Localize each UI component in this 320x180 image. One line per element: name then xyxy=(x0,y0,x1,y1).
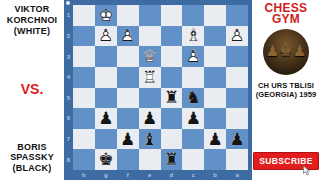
rank-label-8: 8 xyxy=(64,149,73,170)
square-d4[interactable] xyxy=(161,67,183,88)
rank-label-1: 1 xyxy=(64,5,73,26)
rank-label-7: 7 xyxy=(64,129,73,150)
black-pawn-icon: ♟ xyxy=(208,131,223,148)
white-player-name: VIKTOR KORCHNOI (WHITE) xyxy=(2,4,62,36)
square-a1[interactable] xyxy=(226,5,248,26)
rank-label-4: 4 xyxy=(64,67,73,88)
square-d6[interactable] xyxy=(161,108,183,129)
rank-label-5: 5 xyxy=(64,88,73,109)
file-label-a: a xyxy=(226,170,248,180)
square-f7[interactable]: ♟ xyxy=(117,129,139,150)
subscribe-button[interactable]: SUBSCRIBE xyxy=(253,152,319,170)
square-c8[interactable] xyxy=(182,149,204,170)
board-grid: ♚♔♟♙♟♙♝♗♟♙♛♕♟♙♜♖♜♞♟♟♟♟♝♟♟♚♜ xyxy=(73,5,248,170)
square-b7[interactable]: ♟ xyxy=(204,129,226,150)
square-g1[interactable]: ♚♔ xyxy=(95,5,117,26)
square-d5[interactable]: ♜ xyxy=(161,88,183,109)
square-f3[interactable] xyxy=(117,46,139,67)
black-bishop-icon: ♝ xyxy=(142,131,157,148)
square-b8[interactable] xyxy=(204,149,226,170)
square-c7[interactable] xyxy=(182,129,204,150)
square-h8[interactable] xyxy=(73,149,95,170)
white-rook-icon: ♜♖ xyxy=(142,69,157,86)
square-h7[interactable] xyxy=(73,129,95,150)
square-b6[interactable] xyxy=(204,108,226,129)
white-bishop-icon: ♝♗ xyxy=(186,27,201,44)
square-b4[interactable] xyxy=(204,67,226,88)
square-b2[interactable] xyxy=(204,26,226,47)
square-c2[interactable]: ♝♗ xyxy=(182,26,204,47)
channel-name-line2: GYM xyxy=(265,14,308,25)
rank-label-6: 6 xyxy=(64,108,73,129)
square-h5[interactable] xyxy=(73,88,95,109)
square-a5[interactable] xyxy=(226,88,248,109)
square-g5[interactable] xyxy=(95,88,117,109)
black-king-icon: ♚ xyxy=(98,151,113,168)
square-f2[interactable]: ♟♙ xyxy=(117,26,139,47)
square-a4[interactable] xyxy=(226,67,248,88)
black-pawn-icon: ♟ xyxy=(229,131,244,148)
square-d3[interactable] xyxy=(161,46,183,67)
file-label-g: g xyxy=(95,170,117,180)
square-c1[interactable] xyxy=(182,5,204,26)
square-g8[interactable]: ♚ xyxy=(95,149,117,170)
square-g6[interactable]: ♟ xyxy=(95,108,117,129)
right-panel: CHESS GYM ♟♚♟ CH URS TBLISI (GEORGIA) 19… xyxy=(252,0,320,180)
square-e3[interactable]: ♛♕ xyxy=(139,46,161,67)
square-g4[interactable] xyxy=(95,67,117,88)
square-e8[interactable] xyxy=(139,149,161,170)
black-pawn-icon: ♟ xyxy=(98,110,113,127)
square-c3[interactable]: ♟♙ xyxy=(182,46,204,67)
left-panel: VIKTOR KORCHNOI (WHITE) VS. BORIS SPASSK… xyxy=(0,0,64,180)
square-a8[interactable] xyxy=(226,149,248,170)
square-f5[interactable] xyxy=(117,88,139,109)
square-f6[interactable] xyxy=(117,108,139,129)
event-title: CH URS TBLISI (GEORGIA) 1959 xyxy=(253,81,319,100)
black-pawn-icon: ♟ xyxy=(186,110,201,127)
square-e5[interactable] xyxy=(139,88,161,109)
black-rook-icon: ♜ xyxy=(164,89,179,106)
square-c4[interactable] xyxy=(182,67,204,88)
hand-cursor-icon xyxy=(299,165,311,177)
rank-label-2: 2 xyxy=(64,26,73,47)
square-h6[interactable] xyxy=(73,108,95,129)
square-b1[interactable] xyxy=(204,5,226,26)
white-pawn-icon: ♟♙ xyxy=(186,48,201,65)
chess-board: 12345678 ♚♔♟♙♟♙♝♗♟♙♛♕♟♙♜♖♜♞♟♟♟♟♝♟♟♚♜ hgf… xyxy=(64,0,252,180)
square-a7[interactable]: ♟ xyxy=(226,129,248,150)
square-h2[interactable] xyxy=(73,26,95,47)
square-d2[interactable] xyxy=(161,26,183,47)
square-e4[interactable]: ♜♖ xyxy=(139,67,161,88)
file-label-c: c xyxy=(182,170,204,180)
square-d7[interactable] xyxy=(161,129,183,150)
white-pawn-icon: ♟♙ xyxy=(229,27,244,44)
vs-label: VS. xyxy=(21,81,44,97)
black-pawn-icon: ♟ xyxy=(142,110,157,127)
square-f1[interactable] xyxy=(117,5,139,26)
square-h3[interactable] xyxy=(73,46,95,67)
square-e2[interactable] xyxy=(139,26,161,47)
square-g3[interactable] xyxy=(95,46,117,67)
square-h1[interactable] xyxy=(73,5,95,26)
black-pawn-icon: ♟ xyxy=(120,131,135,148)
square-g2[interactable]: ♟♙ xyxy=(95,26,117,47)
file-label-b: b xyxy=(204,170,226,180)
square-e1[interactable] xyxy=(139,5,161,26)
square-d8[interactable]: ♜ xyxy=(161,149,183,170)
frame-dot-icon xyxy=(66,1,70,5)
square-g7[interactable] xyxy=(95,129,117,150)
file-label-f: f xyxy=(117,170,139,180)
square-c6[interactable]: ♟ xyxy=(182,108,204,129)
file-label-e: e xyxy=(139,170,161,180)
black-knight-icon: ♞ xyxy=(186,89,201,106)
black-rook-icon: ♜ xyxy=(164,151,179,168)
square-b3[interactable] xyxy=(204,46,226,67)
thumbnail-layout: VIKTOR KORCHNOI (WHITE) VS. BORIS SPASSK… xyxy=(0,0,320,180)
square-d1[interactable] xyxy=(161,5,183,26)
white-pawn-icon: ♟♙ xyxy=(120,27,135,44)
white-pawn-icon: ♟♙ xyxy=(98,27,113,44)
file-label-h: h xyxy=(73,170,95,180)
square-a3[interactable] xyxy=(226,46,248,67)
square-f8[interactable] xyxy=(117,149,139,170)
logo-chess-pieces-icon: ♟♚♟ xyxy=(266,44,306,59)
channel-name: CHESS GYM xyxy=(265,3,308,26)
black-player-name: BORIS SPASSKY (BLACK) xyxy=(2,142,62,174)
white-queen-icon: ♛♕ xyxy=(142,48,157,65)
file-label-d: d xyxy=(161,170,183,180)
square-a2[interactable]: ♟♙ xyxy=(226,26,248,47)
white-king-icon: ♚♔ xyxy=(98,7,113,24)
chess-gym-logo: ♟♚♟ xyxy=(263,29,309,75)
square-h4[interactable] xyxy=(73,67,95,88)
file-labels: hgfedcba xyxy=(64,170,252,180)
square-f4[interactable] xyxy=(117,67,139,88)
square-e7[interactable]: ♝ xyxy=(139,129,161,150)
square-b5[interactable] xyxy=(204,88,226,109)
square-a6[interactable] xyxy=(226,108,248,129)
square-c5[interactable]: ♞ xyxy=(182,88,204,109)
rank-labels: 12345678 xyxy=(64,5,73,170)
board-frame-top xyxy=(64,0,252,5)
rank-label-3: 3 xyxy=(64,46,73,67)
square-e6[interactable]: ♟ xyxy=(139,108,161,129)
